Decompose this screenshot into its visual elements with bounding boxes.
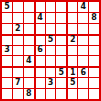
sudoku-empty-cell-r5c3[interactable] — [24, 46, 34, 56]
sudoku-empty-cell-r3c9[interactable] — [89, 24, 99, 34]
sudoku-empty-cell-r7c2[interactable] — [13, 67, 23, 77]
sudoku-empty-cell-r8c3[interactable] — [24, 78, 34, 88]
sudoku-empty-cell-r9c9[interactable] — [89, 89, 99, 99]
sudoku-empty-cell-r9c8[interactable] — [78, 89, 88, 99]
sudoku-empty-cell-r3c3[interactable] — [24, 24, 34, 34]
sudoku-empty-cell-r1c3[interactable] — [24, 2, 34, 12]
sudoku-empty-cell-r2c5[interactable] — [46, 13, 56, 23]
sudoku-empty-cell-r5c7[interactable] — [67, 46, 77, 56]
sudoku-empty-cell-r1c7[interactable] — [67, 2, 77, 12]
sudoku-given-cell-r5c4: 6 — [35, 46, 45, 56]
sudoku-empty-cell-r8c6[interactable] — [56, 78, 66, 88]
sudoku-empty-cell-r9c7[interactable] — [67, 89, 77, 99]
sudoku-empty-cell-r6c4[interactable] — [35, 56, 45, 66]
sudoku-empty-cell-r1c6[interactable] — [56, 2, 66, 12]
sudoku-empty-cell-r2c7[interactable] — [67, 13, 77, 23]
sudoku-empty-cell-r3c7[interactable] — [67, 24, 77, 34]
sudoku-empty-cell-r3c1[interactable] — [2, 24, 12, 34]
sudoku-empty-cell-r5c2[interactable] — [13, 46, 23, 56]
sudoku-empty-cell-r7c5[interactable] — [46, 67, 56, 77]
sudoku-empty-cell-r4c4[interactable] — [35, 35, 45, 45]
sudoku-empty-cell-r8c9[interactable] — [89, 78, 99, 88]
sudoku-empty-cell-r6c6[interactable] — [56, 56, 66, 66]
sudoku-empty-cell-r5c8[interactable] — [78, 46, 88, 56]
sudoku-empty-cell-r4c1[interactable] — [2, 35, 12, 45]
sudoku-empty-cell-r7c4[interactable] — [35, 67, 45, 77]
sudoku-given-cell-r7c8: 6 — [78, 67, 88, 77]
sudoku-empty-cell-r1c9[interactable] — [89, 2, 99, 12]
sudoku-given-cell-r7c7: 1 — [67, 67, 77, 77]
sudoku-empty-cell-r3c5[interactable] — [46, 24, 56, 34]
sudoku-given-cell-r3c2: 2 — [13, 24, 23, 34]
sudoku-empty-cell-r8c8[interactable] — [78, 78, 88, 88]
sudoku-given-cell-r8c5: 3 — [46, 78, 56, 88]
sudoku-given-cell-r6c3: 4 — [24, 56, 34, 66]
sudoku-empty-cell-r3c6[interactable] — [56, 24, 66, 34]
sudoku-empty-cell-r9c6[interactable] — [56, 89, 66, 99]
sudoku-given-cell-r7c6: 5 — [56, 67, 66, 77]
sudoku-empty-cell-r2c3[interactable] — [24, 13, 34, 23]
sudoku-empty-cell-r4c9[interactable] — [89, 35, 99, 45]
sudoku-empty-cell-r2c1[interactable] — [2, 13, 12, 23]
sudoku-empty-cell-r6c7[interactable] — [67, 56, 77, 66]
sudoku-board: 54482523645167358 — [0, 0, 101, 101]
sudoku-empty-cell-r9c4[interactable] — [35, 89, 45, 99]
sudoku-empty-cell-r4c3[interactable] — [24, 35, 34, 45]
sudoku-empty-cell-r1c4[interactable] — [35, 2, 45, 12]
sudoku-empty-cell-r3c8[interactable] — [78, 24, 88, 34]
sudoku-given-cell-r8c2: 7 — [13, 78, 23, 88]
sudoku-empty-cell-r1c2[interactable] — [13, 2, 23, 12]
sudoku-empty-cell-r6c2[interactable] — [13, 56, 23, 66]
sudoku-empty-cell-r9c2[interactable] — [13, 89, 23, 99]
sudoku-empty-cell-r7c3[interactable] — [24, 67, 34, 77]
sudoku-empty-cell-r9c1[interactable] — [2, 89, 12, 99]
sudoku-empty-cell-r3c4[interactable] — [35, 24, 45, 34]
sudoku-empty-cell-r4c2[interactable] — [13, 35, 23, 45]
sudoku-given-cell-r8c7: 5 — [67, 78, 77, 88]
sudoku-given-cell-r5c1: 3 — [2, 46, 12, 56]
sudoku-empty-cell-r1c5[interactable] — [46, 2, 56, 12]
sudoku-empty-cell-r5c9[interactable] — [89, 46, 99, 56]
sudoku-puzzle: 54482523645167358 — [0, 0, 101, 101]
sudoku-empty-cell-r7c1[interactable] — [2, 67, 12, 77]
sudoku-empty-cell-r6c5[interactable] — [46, 56, 56, 66]
sudoku-empty-cell-r2c2[interactable] — [13, 13, 23, 23]
sudoku-empty-cell-r2c8[interactable] — [78, 13, 88, 23]
sudoku-empty-cell-r5c6[interactable] — [56, 46, 66, 56]
sudoku-empty-cell-r8c1[interactable] — [2, 78, 12, 88]
sudoku-empty-cell-r8c4[interactable] — [35, 78, 45, 88]
sudoku-empty-cell-r4c6[interactable] — [56, 35, 66, 45]
sudoku-given-cell-r1c8: 4 — [78, 2, 88, 12]
sudoku-given-cell-r2c9: 8 — [89, 13, 99, 23]
sudoku-empty-cell-r6c9[interactable] — [89, 56, 99, 66]
sudoku-empty-cell-r9c5[interactable] — [46, 89, 56, 99]
sudoku-empty-cell-r6c8[interactable] — [78, 56, 88, 66]
sudoku-given-cell-r4c5: 5 — [46, 35, 56, 45]
sudoku-given-cell-r4c7: 2 — [67, 35, 77, 45]
sudoku-given-cell-r9c3: 8 — [24, 89, 34, 99]
sudoku-empty-cell-r6c1[interactable] — [2, 56, 12, 66]
sudoku-empty-cell-r5c5[interactable] — [46, 46, 56, 56]
sudoku-given-cell-r2c4: 4 — [35, 13, 45, 23]
sudoku-empty-cell-r7c9[interactable] — [89, 67, 99, 77]
sudoku-empty-cell-r4c8[interactable] — [78, 35, 88, 45]
sudoku-given-cell-r1c1: 5 — [2, 2, 12, 12]
sudoku-empty-cell-r2c6[interactable] — [56, 13, 66, 23]
